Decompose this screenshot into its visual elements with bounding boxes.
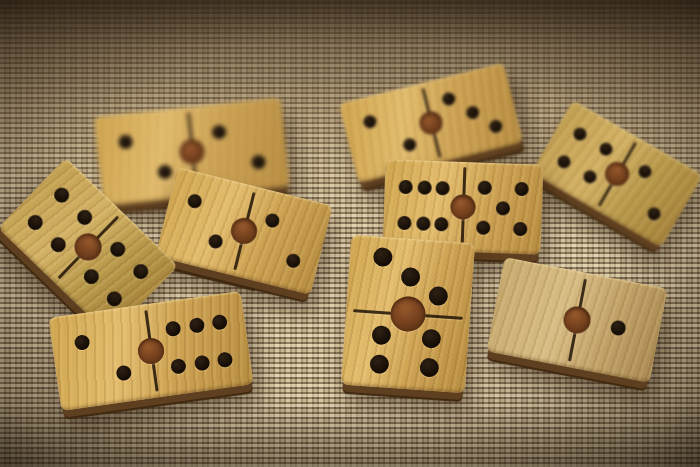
- pip: [188, 317, 205, 334]
- pip: [107, 239, 128, 260]
- pip: [571, 125, 589, 143]
- pip: [609, 319, 627, 337]
- pip: [514, 182, 528, 196]
- pip: [104, 288, 125, 309]
- pip: [421, 329, 441, 349]
- pip: [397, 216, 411, 230]
- pip: [170, 358, 187, 375]
- pip: [115, 364, 132, 381]
- pip: [193, 354, 210, 371]
- pip: [555, 153, 573, 171]
- photo-scene: [0, 0, 700, 467]
- pip: [436, 181, 450, 195]
- pip: [362, 114, 378, 130]
- pip: [130, 261, 151, 282]
- pip: [373, 247, 393, 267]
- pip: [400, 266, 420, 286]
- pip: [73, 207, 94, 228]
- pip: [428, 286, 448, 306]
- pip: [118, 134, 133, 149]
- pip: [157, 164, 172, 179]
- pip: [416, 216, 430, 230]
- domino-tile-3-4[interactable]: [341, 235, 475, 393]
- pip: [207, 233, 224, 250]
- pip: [285, 253, 302, 270]
- pip: [488, 118, 504, 134]
- pip: [645, 205, 663, 223]
- pip: [417, 180, 431, 194]
- pip: [74, 334, 91, 351]
- domino-tiles-layer: [0, 0, 700, 467]
- pip: [464, 105, 480, 121]
- domino-tile-0-1[interactable]: [486, 257, 667, 383]
- pip: [597, 140, 615, 158]
- pip: [371, 325, 391, 345]
- pip: [441, 91, 457, 107]
- pip: [165, 320, 182, 337]
- pip: [81, 266, 102, 287]
- pip: [186, 192, 203, 209]
- pip: [419, 357, 439, 377]
- pip: [401, 137, 417, 153]
- domino-tile-2-2[interactable]: [155, 167, 333, 295]
- pip: [476, 220, 490, 234]
- pip: [211, 314, 228, 331]
- domino-tile-2-6[interactable]: [48, 291, 253, 411]
- pip: [636, 163, 654, 181]
- pip: [251, 155, 266, 170]
- pip: [216, 351, 233, 368]
- pip: [398, 180, 412, 194]
- pip: [264, 212, 281, 229]
- pip: [478, 181, 492, 195]
- pip: [435, 217, 449, 231]
- pip: [513, 222, 527, 236]
- domino-tile-4-2[interactable]: [531, 100, 700, 248]
- pip: [48, 234, 69, 255]
- pip: [495, 201, 509, 215]
- pip: [211, 124, 226, 139]
- pip: [369, 354, 389, 374]
- pip: [25, 212, 46, 233]
- pip: [51, 185, 72, 206]
- pip: [581, 168, 599, 186]
